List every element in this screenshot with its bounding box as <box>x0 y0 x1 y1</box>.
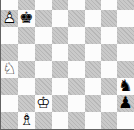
square-e8[interactable] <box>68 0 84 10</box>
black-knight[interactable]: ♞ <box>117 77 134 94</box>
square-f1[interactable] <box>85 112 101 129</box>
square-e7[interactable] <box>68 10 84 27</box>
square-c2[interactable]: ♚♔ <box>35 95 52 112</box>
square-e1[interactable] <box>68 112 84 129</box>
square-c6[interactable] <box>35 27 52 44</box>
square-c4[interactable] <box>35 61 52 78</box>
square-a4[interactable]: ♞♘ <box>1 61 18 78</box>
square-d2[interactable] <box>52 95 68 112</box>
square-f3[interactable] <box>85 78 101 95</box>
square-h6[interactable] <box>117 27 134 44</box>
square-e6[interactable] <box>68 27 84 44</box>
square-a7[interactable]: ♟♙ <box>1 10 18 27</box>
square-g6[interactable] <box>101 27 117 44</box>
square-h5[interactable] <box>117 44 134 61</box>
white-pawn[interactable]: ♟♙ <box>1 9 18 26</box>
square-f8[interactable] <box>85 0 101 10</box>
white-knight[interactable]: ♞♘ <box>1 60 18 77</box>
white-king-glyph: ♔ <box>35 94 52 111</box>
square-d5[interactable] <box>52 44 68 61</box>
square-b4[interactable] <box>18 61 35 78</box>
square-b5[interactable] <box>18 44 35 61</box>
square-c7[interactable] <box>35 10 52 27</box>
square-g8[interactable] <box>101 0 117 10</box>
square-e5[interactable] <box>68 44 84 61</box>
white-king[interactable]: ♚♔ <box>35 94 52 111</box>
square-g5[interactable] <box>101 44 117 61</box>
square-e3[interactable] <box>68 78 84 95</box>
square-h1[interactable] <box>117 112 134 129</box>
square-d1[interactable] <box>52 112 68 129</box>
black-king[interactable]: ♚ <box>18 9 35 26</box>
square-c8[interactable] <box>35 0 52 10</box>
square-a3[interactable] <box>1 78 18 95</box>
black-king-glyph: ♚ <box>18 9 35 26</box>
square-a1[interactable] <box>1 112 18 129</box>
square-f2[interactable] <box>85 95 101 112</box>
square-g3[interactable] <box>101 78 117 95</box>
square-b3[interactable] <box>18 78 35 95</box>
square-b1[interactable]: ♝♗ <box>18 112 35 129</box>
white-bishop-glyph: ♗ <box>18 111 35 128</box>
white-bishop[interactable]: ♝♗ <box>18 111 35 128</box>
square-e4[interactable] <box>68 61 84 78</box>
square-c5[interactable] <box>35 44 52 61</box>
square-f6[interactable] <box>85 27 101 44</box>
square-f5[interactable] <box>85 44 101 61</box>
square-d6[interactable] <box>52 27 68 44</box>
square-h2[interactable]: ♟ <box>117 95 134 112</box>
square-h8[interactable] <box>117 0 134 10</box>
chess-board: ♟♙♚♞♘♞♚♔♟♝♗ <box>0 0 134 130</box>
square-g1[interactable] <box>101 112 117 129</box>
square-g2[interactable] <box>101 95 117 112</box>
square-d4[interactable] <box>52 61 68 78</box>
square-g4[interactable] <box>101 61 117 78</box>
square-d7[interactable] <box>52 10 68 27</box>
white-pawn-glyph: ♙ <box>1 9 18 26</box>
black-knight-glyph: ♞ <box>117 77 134 94</box>
square-f4[interactable] <box>85 61 101 78</box>
black-pawn-glyph: ♟ <box>117 94 134 111</box>
square-a2[interactable] <box>1 95 18 112</box>
square-c1[interactable] <box>35 112 52 129</box>
square-f7[interactable] <box>85 10 101 27</box>
square-h7[interactable] <box>117 10 134 27</box>
square-a6[interactable] <box>1 27 18 44</box>
black-pawn[interactable]: ♟ <box>117 94 134 111</box>
square-b6[interactable] <box>18 27 35 44</box>
square-g7[interactable] <box>101 10 117 27</box>
square-d8[interactable] <box>52 0 68 10</box>
square-b7[interactable]: ♚ <box>18 10 35 27</box>
white-knight-glyph: ♘ <box>1 60 18 77</box>
square-d3[interactable] <box>52 78 68 95</box>
square-e2[interactable] <box>68 95 84 112</box>
